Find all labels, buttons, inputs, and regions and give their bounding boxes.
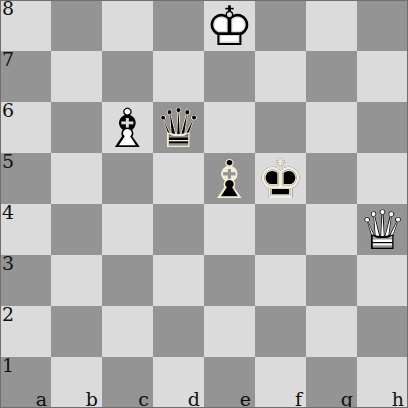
square-a5[interactable]: 5 xyxy=(0,153,51,204)
square-d2[interactable] xyxy=(153,306,204,357)
square-b2[interactable] xyxy=(51,306,102,357)
square-c3[interactable] xyxy=(102,255,153,306)
square-f2[interactable] xyxy=(255,306,306,357)
square-h5[interactable] xyxy=(357,153,408,204)
file-label-g: g xyxy=(341,390,353,408)
square-g8[interactable] xyxy=(306,0,357,51)
square-b1[interactable]: b xyxy=(51,357,102,408)
chess-board: 8♚♔76♝♗♛♕5♝♗♚♔4♛♕321abcdefgh xyxy=(0,0,408,408)
square-d5[interactable] xyxy=(153,153,204,204)
piece-glyph-outline: ♕ xyxy=(357,205,408,256)
square-f7[interactable] xyxy=(255,51,306,102)
square-a3[interactable]: 3 xyxy=(0,255,51,306)
rank-label-5: 5 xyxy=(2,151,14,173)
white-king[interactable]: ♚♔ xyxy=(204,0,255,51)
square-d8[interactable] xyxy=(153,0,204,51)
square-b8[interactable] xyxy=(51,0,102,51)
square-g4[interactable] xyxy=(306,204,357,255)
square-c5[interactable] xyxy=(102,153,153,204)
white-bishop[interactable]: ♝♗ xyxy=(102,102,153,153)
square-f4[interactable] xyxy=(255,204,306,255)
square-h1[interactable]: h xyxy=(357,357,408,408)
rank-label-6: 6 xyxy=(2,100,14,122)
square-a6[interactable]: 6 xyxy=(0,102,51,153)
square-a1[interactable]: 1a xyxy=(0,357,51,408)
square-d3[interactable] xyxy=(153,255,204,306)
square-e5[interactable]: ♝♗ xyxy=(204,153,255,204)
square-g1[interactable]: g xyxy=(306,357,357,408)
square-e1[interactable]: e xyxy=(204,357,255,408)
square-h7[interactable] xyxy=(357,51,408,102)
square-b5[interactable] xyxy=(51,153,102,204)
square-b7[interactable] xyxy=(51,51,102,102)
square-h3[interactable] xyxy=(357,255,408,306)
square-c6[interactable]: ♝♗ xyxy=(102,102,153,153)
white-queen[interactable]: ♛♕ xyxy=(357,204,408,255)
piece-glyph-outline: ♔ xyxy=(255,154,306,205)
piece-glyph-outline: ♕ xyxy=(153,103,204,154)
square-a7[interactable]: 7 xyxy=(0,51,51,102)
square-a2[interactable]: 2 xyxy=(0,306,51,357)
square-b4[interactable] xyxy=(51,204,102,255)
file-label-d: d xyxy=(188,390,200,408)
square-g2[interactable] xyxy=(306,306,357,357)
square-g3[interactable] xyxy=(306,255,357,306)
square-b6[interactable] xyxy=(51,102,102,153)
square-c2[interactable] xyxy=(102,306,153,357)
rank-label-2: 2 xyxy=(2,304,14,326)
square-h4[interactable]: ♛♕ xyxy=(357,204,408,255)
black-bishop[interactable]: ♝♗ xyxy=(204,153,255,204)
square-b3[interactable] xyxy=(51,255,102,306)
file-label-a: a xyxy=(36,390,47,408)
square-f6[interactable] xyxy=(255,102,306,153)
square-e4[interactable] xyxy=(204,204,255,255)
file-label-c: c xyxy=(138,390,149,408)
square-g7[interactable] xyxy=(306,51,357,102)
square-e2[interactable] xyxy=(204,306,255,357)
square-d4[interactable] xyxy=(153,204,204,255)
square-d7[interactable] xyxy=(153,51,204,102)
black-king[interactable]: ♚♔ xyxy=(255,153,306,204)
square-e3[interactable] xyxy=(204,255,255,306)
rank-label-4: 4 xyxy=(2,202,14,224)
square-e8[interactable]: ♚♔ xyxy=(204,0,255,51)
black-queen[interactable]: ♛♕ xyxy=(153,102,204,153)
rank-label-7: 7 xyxy=(2,49,14,71)
square-c1[interactable]: c xyxy=(102,357,153,408)
square-g6[interactable] xyxy=(306,102,357,153)
square-d1[interactable]: d xyxy=(153,357,204,408)
square-c7[interactable] xyxy=(102,51,153,102)
rank-label-1: 1 xyxy=(2,355,14,377)
square-e6[interactable] xyxy=(204,102,255,153)
square-a4[interactable]: 4 xyxy=(0,204,51,255)
file-label-f: f xyxy=(295,390,302,408)
piece-glyph-outline: ♗ xyxy=(204,154,255,205)
rank-label-8: 8 xyxy=(2,0,14,20)
square-h2[interactable] xyxy=(357,306,408,357)
rank-label-3: 3 xyxy=(2,253,14,275)
file-label-e: e xyxy=(240,390,251,408)
square-f8[interactable] xyxy=(255,0,306,51)
square-h6[interactable] xyxy=(357,102,408,153)
piece-glyph-outline: ♔ xyxy=(204,1,255,52)
square-g5[interactable] xyxy=(306,153,357,204)
square-c4[interactable] xyxy=(102,204,153,255)
square-d6[interactable]: ♛♕ xyxy=(153,102,204,153)
file-label-b: b xyxy=(86,390,98,408)
square-a8[interactable]: 8 xyxy=(0,0,51,51)
file-label-h: h xyxy=(392,390,404,408)
square-c8[interactable] xyxy=(102,0,153,51)
piece-glyph-outline: ♗ xyxy=(102,103,153,154)
square-f1[interactable]: f xyxy=(255,357,306,408)
square-e7[interactable] xyxy=(204,51,255,102)
square-f5[interactable]: ♚♔ xyxy=(255,153,306,204)
square-h8[interactable] xyxy=(357,0,408,51)
square-f3[interactable] xyxy=(255,255,306,306)
